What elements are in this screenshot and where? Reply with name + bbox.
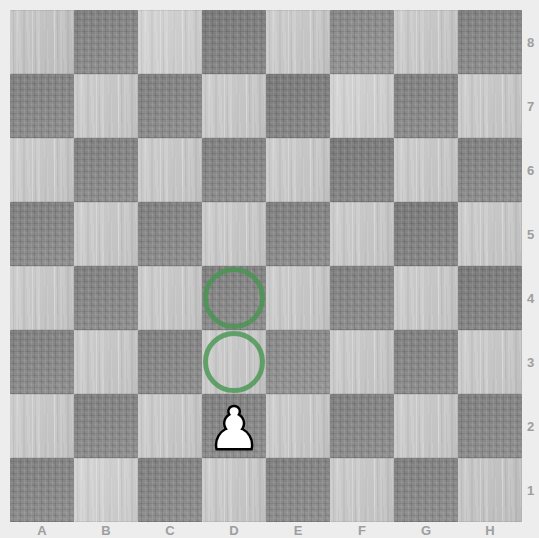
square-e3[interactable] — [266, 330, 330, 394]
square-f8[interactable] — [330, 10, 394, 74]
file-label-e: E — [266, 522, 330, 538]
square-c4[interactable] — [138, 266, 202, 330]
square-b3[interactable] — [74, 330, 138, 394]
square-g3[interactable] — [394, 330, 458, 394]
file-label-g: G — [394, 522, 458, 538]
square-b7[interactable] — [74, 74, 138, 138]
square-c6[interactable] — [138, 138, 202, 202]
square-e2[interactable] — [266, 394, 330, 458]
square-b4[interactable] — [74, 266, 138, 330]
square-b8[interactable] — [74, 10, 138, 74]
file-label-d: D — [202, 522, 266, 538]
rank-label-1: 1 — [522, 458, 539, 522]
square-h7[interactable] — [458, 74, 522, 138]
page-background: ♟♟ ABCDEFGH 87654321 — [0, 0, 539, 538]
square-f2[interactable] — [330, 394, 394, 458]
square-b2[interactable] — [74, 394, 138, 458]
square-b5[interactable] — [74, 202, 138, 266]
white-pawn-glyph: ♟ — [209, 401, 259, 457]
square-h8[interactable] — [458, 10, 522, 74]
square-c3[interactable] — [138, 330, 202, 394]
rank-label-4: 4 — [522, 266, 539, 330]
square-c1[interactable] — [138, 458, 202, 522]
square-f3[interactable] — [330, 330, 394, 394]
square-e4[interactable] — [266, 266, 330, 330]
square-d6[interactable] — [202, 138, 266, 202]
square-h3[interactable] — [458, 330, 522, 394]
square-a8[interactable] — [10, 10, 74, 74]
square-f6[interactable] — [330, 138, 394, 202]
square-c8[interactable] — [138, 10, 202, 74]
square-d7[interactable] — [202, 74, 266, 138]
square-h6[interactable] — [458, 138, 522, 202]
chess-board: ♟♟ — [10, 10, 522, 522]
move-hint-circle-d4[interactable] — [203, 267, 265, 329]
square-c5[interactable] — [138, 202, 202, 266]
square-d1[interactable] — [202, 458, 266, 522]
square-g4[interactable] — [394, 266, 458, 330]
file-label-h: H — [458, 522, 522, 538]
square-d5[interactable] — [202, 202, 266, 266]
square-g5[interactable] — [394, 202, 458, 266]
rank-label-7: 7 — [522, 74, 539, 138]
square-f4[interactable] — [330, 266, 394, 330]
square-h4[interactable] — [458, 266, 522, 330]
square-a7[interactable] — [10, 74, 74, 138]
move-hint-circle-d3[interactable] — [203, 331, 265, 393]
rank-label-8: 8 — [522, 10, 539, 74]
rank-label-5: 5 — [522, 202, 539, 266]
square-e1[interactable] — [266, 458, 330, 522]
square-g7[interactable] — [394, 74, 458, 138]
square-e8[interactable] — [266, 10, 330, 74]
square-b1[interactable] — [74, 458, 138, 522]
square-g6[interactable] — [394, 138, 458, 202]
square-f1[interactable] — [330, 458, 394, 522]
rank-label-2: 2 — [522, 394, 539, 458]
square-e6[interactable] — [266, 138, 330, 202]
square-g8[interactable] — [394, 10, 458, 74]
square-a5[interactable] — [10, 202, 74, 266]
square-e5[interactable] — [266, 202, 330, 266]
file-label-a: A — [10, 522, 74, 538]
file-label-b: B — [74, 522, 138, 538]
square-c2[interactable] — [138, 394, 202, 458]
square-a1[interactable] — [10, 458, 74, 522]
square-f5[interactable] — [330, 202, 394, 266]
square-b6[interactable] — [74, 138, 138, 202]
square-e7[interactable] — [266, 74, 330, 138]
square-d8[interactable] — [202, 10, 266, 74]
square-g2[interactable] — [394, 394, 458, 458]
square-h5[interactable] — [458, 202, 522, 266]
rank-label-3: 3 — [522, 330, 539, 394]
file-label-f: F — [330, 522, 394, 538]
square-f7[interactable] — [330, 74, 394, 138]
square-a6[interactable] — [10, 138, 74, 202]
white-pawn[interactable]: ♟♟ — [202, 394, 266, 458]
rank-label-6: 6 — [522, 138, 539, 202]
square-h2[interactable] — [458, 394, 522, 458]
square-a3[interactable] — [10, 330, 74, 394]
square-a2[interactable] — [10, 394, 74, 458]
square-h1[interactable] — [458, 458, 522, 522]
square-g1[interactable] — [394, 458, 458, 522]
square-a4[interactable] — [10, 266, 74, 330]
square-c7[interactable] — [138, 74, 202, 138]
file-label-c: C — [138, 522, 202, 538]
